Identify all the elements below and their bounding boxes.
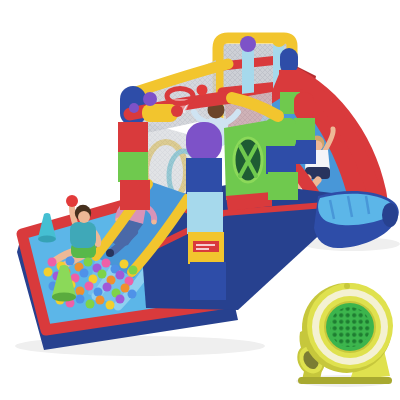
blaster-knob [143, 92, 157, 106]
play-ball [103, 283, 112, 292]
play-ball [120, 260, 129, 269]
right-pillar-green [266, 118, 296, 148]
play-ball [128, 290, 137, 299]
right-pillar-blue [266, 146, 296, 174]
boy-face [78, 211, 90, 223]
play-ball [98, 270, 107, 279]
play-ball [66, 257, 75, 266]
girl-hand [152, 220, 157, 225]
block2-green [294, 118, 315, 142]
play-ball [121, 284, 130, 293]
play-ball [116, 295, 125, 304]
flying-ball [197, 85, 208, 96]
cone-teal-base [38, 236, 56, 243]
play-ball [129, 266, 138, 275]
play-ball [96, 296, 105, 305]
play-ball [84, 258, 93, 267]
blower-grille-holes [330, 307, 370, 347]
play-ball [76, 287, 85, 296]
play-ball [94, 288, 103, 297]
boy-shirt [70, 222, 96, 248]
left-pillar-red [118, 122, 148, 154]
play-ball [102, 259, 111, 268]
left-pillar-green [118, 152, 148, 182]
play-ball [48, 258, 57, 267]
play-ball [80, 269, 89, 278]
product-photo: Kids inflatable bounce house playset wit… [0, 0, 400, 400]
brand-label-plate [192, 240, 220, 253]
play-ball [86, 300, 95, 309]
girl-shoe-2 [106, 249, 114, 257]
red-ball-in-hand [66, 195, 78, 207]
play-ball [44, 268, 53, 277]
play-ball [116, 271, 125, 280]
tower-post-yellow-cap [272, 33, 286, 47]
blaster-nozzle [171, 105, 183, 117]
air-blower [293, 283, 393, 384]
right-pillar [266, 118, 298, 200]
landing-pad-curl [382, 203, 398, 227]
tower-post-purple-cap [240, 36, 256, 52]
play-ball [76, 295, 85, 304]
block2-red-cap [294, 92, 314, 120]
center-pillar-purple-cap [186, 122, 222, 162]
center-pillar [186, 122, 226, 300]
center-pillar-blue-2 [190, 262, 226, 300]
blower-base-bar [298, 377, 392, 384]
blower-top-bolt [344, 283, 350, 289]
center-pillar-blue [186, 158, 222, 194]
cone-green-base [52, 293, 76, 302]
center-pillar-lightblue [187, 192, 223, 234]
blaster-knob-2 [129, 103, 139, 113]
bounce-house-illustration: Kids inflatable bounce house playset wit… [0, 0, 400, 400]
play-ball [106, 301, 115, 310]
right-pillar-green-2 [268, 172, 298, 200]
block-red [279, 70, 299, 94]
block2-blue [295, 140, 316, 164]
tunnel-window [234, 138, 262, 182]
left-pillar-red-2 [120, 180, 150, 210]
play-ball [85, 282, 94, 291]
